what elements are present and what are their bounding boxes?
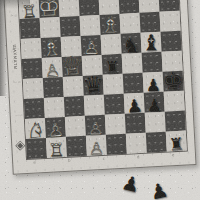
piece-white-pawn-d2: ♙ [88,120,104,137]
square-g1 [146,132,167,153]
board-grid: ♖♔♗♗♙♙♕♞♝♜♛♟♚♟♟♘♙♙♖♙♜ [18,0,188,160]
square-b3 [44,97,65,118]
photo-top-left-shadow [0,0,30,9]
square-c3 [64,96,85,117]
piece-black-bishop-g6: ♝ [141,32,161,54]
piece-white-king-b8: ♔ [37,0,61,20]
square-c8 [59,0,80,17]
square-c1 [66,136,87,157]
chess-board: ШАХМАТЫ 8 7 6 5 4 3 2 1 ♖♔♗♗♙♙♕♞♝♜♛♟♚♟♟♘… [3,0,196,175]
square-d8 [79,0,100,16]
piece-white-pawn-d1: ♙ [89,140,105,157]
square-a5 [22,58,43,79]
captured-black-pawn-2: ♟ [148,179,170,200]
square-f1 [126,133,147,154]
piece-black-king-h4: ♚ [161,68,185,94]
piece-black-rook-e5: ♜ [104,59,120,77]
square-c2 [65,116,86,137]
photo-left-edge-shadow [0,0,7,96]
square-f4 [123,73,144,94]
piece-black-pawn-g4: ♟ [146,77,162,94]
square-f8 [118,0,139,14]
square-a4 [23,78,44,99]
piece-black-knight-f6: ♞ [121,34,141,56]
square-e3 [104,94,125,115]
square-e2 [105,114,126,135]
square-c7 [60,16,81,37]
captured-black-pawn-1: ♟ [120,172,142,196]
square-a3 [24,98,45,119]
piece-black-pawn-f3: ♟ [126,97,144,116]
piece-black-queen-d4: ♛ [81,72,105,98]
piece-white-pawn-b5: ♙ [44,62,61,80]
piece-white-bishop-e7: ♗ [100,14,120,36]
piece-white-pawn-d6: ♙ [83,39,99,57]
square-a6 [21,38,42,59]
piece-white-rook-b1: ♖ [48,141,65,160]
square-d7 [80,15,101,36]
square-h7 [159,11,180,32]
piece-white-bishop-b6: ♗ [40,37,62,61]
piece-white-pawn-b2: ♙ [47,121,65,140]
square-e1 [106,134,127,155]
square-h6 [161,31,182,52]
piece-white-knight-a2: ♘ [25,119,45,141]
square-h2 [165,111,186,132]
board-corner-emblem: ◈ [15,138,25,151]
chess-photo-scene: ШАХМАТЫ 8 7 6 5 4 3 2 1 ♖♔♗♗♙♙♕♞♝♜♛♟♚♟♟♘… [0,0,200,200]
piece-black-pawn-g3: ♟ [147,97,162,114]
piece-black-rook-h1: ♜ [168,135,185,153]
square-f7 [120,13,141,34]
